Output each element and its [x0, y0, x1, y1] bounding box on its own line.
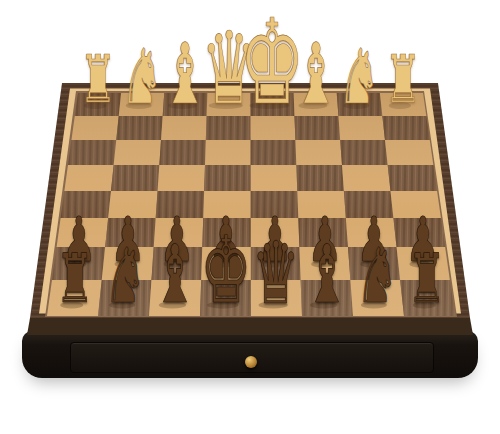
- piece-shadow: [343, 102, 369, 109]
- piece-shadow: [164, 260, 185, 267]
- piece-shadow: [213, 260, 234, 267]
- piece-shadow: [109, 301, 135, 308]
- piece-shadow: [413, 301, 436, 308]
- piece-shadow: [409, 260, 430, 267]
- piece-shadow: [207, 301, 238, 308]
- piece-shadow: [360, 260, 381, 267]
- chess-board: [0, 0, 500, 434]
- piece-shadow: [249, 102, 289, 109]
- piece-shadow: [299, 102, 328, 109]
- piece-shadow: [361, 301, 387, 308]
- piece-shadow: [168, 102, 197, 109]
- chess-set-photo: ♜♞♝♛♚♝♞♜♟♟♟♟♟♟♟♟♜♞♝♚♛♝♞♜: [0, 0, 500, 434]
- piece-shadow: [259, 301, 288, 308]
- piece-shadow: [126, 102, 152, 109]
- piece-shadow: [84, 102, 106, 109]
- board-front-edge: [27, 318, 473, 335]
- piece-shadow: [159, 301, 186, 308]
- piece-shadow: [65, 260, 86, 267]
- piece-shadow: [262, 260, 283, 267]
- field-sheen: [47, 93, 455, 316]
- piece-shadow: [311, 260, 332, 267]
- piece-shadow: [389, 102, 411, 109]
- piece-shadow: [209, 102, 243, 109]
- piece-shadow: [60, 301, 83, 308]
- piece-shadow: [114, 260, 135, 267]
- piece-shadow: [310, 301, 337, 308]
